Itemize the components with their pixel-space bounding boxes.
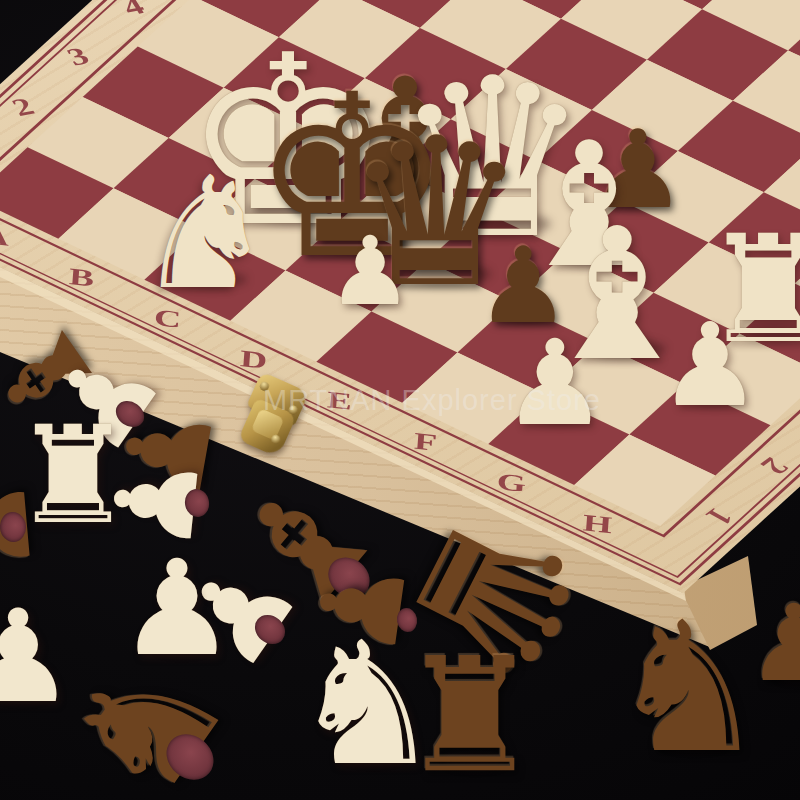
piece-dark-knight-loose-lying: ♞: [38, 620, 254, 800]
file-label-a: A: [0, 222, 10, 252]
piece-shadow: [447, 754, 504, 768]
file-label-b: B: [68, 263, 95, 293]
piece-white-knight-loose-standing: ♞: [291, 619, 443, 789]
felt-base: [0, 511, 27, 543]
piece-shadow: [158, 642, 206, 654]
felt-base: [249, 608, 291, 649]
piece-shadow: [0, 689, 46, 700]
felt-base: [157, 725, 222, 789]
piece-white-pawn-loose-lying: ♟: [96, 447, 216, 557]
store-watermark: MRTNAN Explorer Store: [263, 384, 601, 417]
piece-white-pawn-loose-standing: ♟: [0, 593, 75, 721]
felt-base: [183, 487, 211, 519]
file-label-c: C: [153, 304, 182, 334]
piece-shadow: [779, 671, 800, 680]
piece-shadow: [662, 733, 727, 749]
piece-dark-pawn-loose-lying: ♟: [301, 551, 424, 664]
felt-base: [395, 606, 419, 633]
file-label-g: G: [495, 468, 526, 498]
file-label-h: H: [581, 509, 612, 539]
piece-shadow: [343, 747, 404, 762]
product-photo-scene: ABCDEFGH1122334455667788 MRTNAN Explorer…: [0, 0, 800, 800]
piece-white-pawn-loose-standing: ♟: [118, 542, 236, 674]
piece-white-pawn-loose-lying: ♟: [163, 536, 318, 688]
piece-dark-pawn-loose-lying: ♟: [0, 474, 48, 580]
felt-base: [320, 549, 377, 606]
piece-dark-rook-loose-standing: ♜: [399, 636, 541, 794]
file-label-f: F: [413, 427, 438, 456]
piece-white-rook-loose-standing: ♜: [12, 408, 133, 543]
piece-shadow: [54, 510, 103, 522]
